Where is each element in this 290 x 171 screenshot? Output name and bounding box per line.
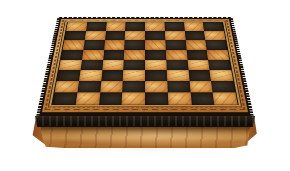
leather-border [42, 19, 248, 112]
square-c5[interactable] [103, 50, 125, 60]
square-h8[interactable] [203, 22, 224, 31]
square-e5[interactable] [145, 50, 166, 60]
square-a2[interactable] [55, 81, 79, 92]
square-a6[interactable] [63, 40, 85, 50]
square-e7[interactable] [145, 31, 165, 40]
square-d2[interactable] [122, 81, 145, 92]
square-a5[interactable] [61, 50, 83, 60]
chessboard-lid [36, 17, 254, 117]
square-g6[interactable] [185, 40, 206, 50]
square-b7[interactable] [85, 31, 106, 40]
square-e6[interactable] [145, 40, 166, 50]
square-g3[interactable] [188, 70, 211, 81]
square-c2[interactable] [100, 81, 123, 92]
square-f4[interactable] [166, 60, 188, 70]
square-h3[interactable] [210, 70, 234, 81]
square-h5[interactable] [207, 50, 229, 60]
square-h4[interactable] [208, 60, 231, 70]
square-g5[interactable] [186, 50, 208, 60]
square-g7[interactable] [184, 31, 205, 40]
square-f6[interactable] [165, 40, 186, 50]
square-d3[interactable] [123, 70, 145, 81]
square-h6[interactable] [205, 40, 227, 50]
square-f2[interactable] [167, 81, 190, 92]
square-b4[interactable] [80, 60, 103, 70]
square-c7[interactable] [105, 31, 126, 40]
square-d8[interactable] [125, 22, 145, 31]
square-f5[interactable] [166, 50, 188, 60]
square-d7[interactable] [125, 31, 145, 40]
square-b2[interactable] [77, 81, 101, 92]
square-c4[interactable] [102, 60, 124, 70]
square-e3[interactable] [145, 70, 167, 81]
square-b5[interactable] [82, 50, 104, 60]
scalloped-rim [35, 116, 255, 127]
square-f3[interactable] [167, 70, 190, 81]
square-e2[interactable] [145, 81, 168, 92]
square-b3[interactable] [79, 70, 102, 81]
square-c1[interactable] [99, 93, 123, 105]
square-h1[interactable] [213, 93, 238, 105]
square-d6[interactable] [124, 40, 145, 50]
square-a8[interactable] [66, 22, 87, 31]
square-a7[interactable] [64, 31, 85, 40]
square-b1[interactable] [75, 93, 99, 105]
square-d4[interactable] [123, 60, 145, 70]
square-a4[interactable] [59, 60, 82, 70]
square-e8[interactable] [145, 22, 165, 31]
square-f7[interactable] [165, 31, 186, 40]
square-b6[interactable] [83, 40, 104, 50]
box-front [36, 126, 254, 148]
square-g2[interactable] [189, 81, 213, 92]
square-a1[interactable] [52, 93, 77, 105]
square-c8[interactable] [106, 22, 126, 31]
square-g4[interactable] [187, 60, 210, 70]
square-c6[interactable] [104, 40, 125, 50]
square-h2[interactable] [211, 81, 235, 92]
square-g8[interactable] [184, 22, 205, 31]
chessboard-product-photo [0, 0, 290, 171]
square-h7[interactable] [204, 31, 225, 40]
square-f1[interactable] [168, 93, 192, 105]
square-f8[interactable] [164, 22, 184, 31]
square-c3[interactable] [101, 70, 124, 81]
square-b8[interactable] [86, 22, 107, 31]
square-e1[interactable] [145, 93, 168, 105]
square-a3[interactable] [57, 70, 81, 81]
playing-grid [51, 22, 238, 105]
square-d5[interactable] [124, 50, 145, 60]
square-d1[interactable] [122, 93, 145, 105]
square-e4[interactable] [145, 60, 167, 70]
square-g1[interactable] [190, 93, 214, 105]
